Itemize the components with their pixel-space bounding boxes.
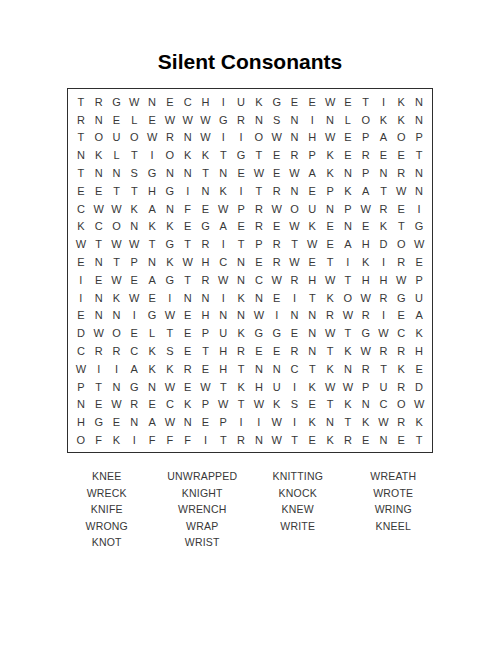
- grid-cell: N: [232, 307, 250, 325]
- grid-cell: R: [392, 378, 410, 396]
- grid-cell: E: [375, 146, 393, 164]
- grid-cell: C: [214, 253, 232, 271]
- grid-cell: I: [303, 111, 321, 129]
- grid-cell: R: [90, 342, 108, 360]
- grid-cell: P: [357, 378, 375, 396]
- grid-cell: T: [375, 360, 393, 378]
- grid-cell: R: [392, 413, 410, 431]
- grid-cell: O: [90, 129, 108, 147]
- word-item: WRING: [346, 501, 442, 518]
- grid-cell: G: [161, 182, 179, 200]
- grid-cell: G: [143, 307, 161, 325]
- grid-cell: K: [143, 218, 161, 236]
- grid-cell: N: [250, 111, 268, 129]
- grid-cell: N: [90, 111, 108, 129]
- grid-cell: R: [268, 235, 286, 253]
- grid-cell: A: [303, 164, 321, 182]
- grid-cell: W: [250, 396, 268, 414]
- grid-cell: W: [179, 111, 197, 129]
- grid-cell: N: [214, 307, 232, 325]
- grid-cell: N: [125, 218, 143, 236]
- grid-cell: N: [143, 253, 161, 271]
- grid-cell: N: [286, 111, 304, 129]
- grid-cell: O: [339, 289, 357, 307]
- word-item: WRAP: [155, 518, 251, 535]
- grid-cell: I: [214, 93, 232, 111]
- grid-cell: N: [339, 218, 357, 236]
- grid-cell: R: [72, 111, 90, 129]
- grid-cell: I: [375, 307, 393, 325]
- grid-cell: W: [357, 200, 375, 218]
- grid-cell: H: [375, 271, 393, 289]
- grid-cell: K: [375, 111, 393, 129]
- grid-cell: O: [392, 129, 410, 147]
- grid-cell: N: [214, 164, 232, 182]
- grid-cell: W: [321, 378, 339, 396]
- grid-cell: G: [250, 324, 268, 342]
- grid-cell: K: [161, 253, 179, 271]
- grid-cell: N: [143, 93, 161, 111]
- grid-cell: I: [214, 129, 232, 147]
- word-item: KNITTING: [250, 468, 346, 485]
- grid-cell: E: [179, 378, 197, 396]
- grid-cell: E: [90, 182, 108, 200]
- word-item: WRECK: [59, 485, 155, 502]
- grid-cell: L: [125, 111, 143, 129]
- grid-cell: T: [72, 129, 90, 147]
- grid-cell: N: [108, 164, 126, 182]
- grid-cell: N: [303, 324, 321, 342]
- grid-cell: T: [197, 164, 215, 182]
- grid-cell: W: [197, 378, 215, 396]
- grid-cell: T: [321, 396, 339, 414]
- grid-cell: K: [410, 324, 428, 342]
- grid-cell: P: [410, 271, 428, 289]
- grid-cell: T: [161, 324, 179, 342]
- grid-cell: N: [321, 200, 339, 218]
- grid-cell: A: [410, 307, 428, 325]
- grid-cell: W: [303, 235, 321, 253]
- grid-cell: R: [232, 342, 250, 360]
- grid-cell: I: [250, 413, 268, 431]
- grid-cell: A: [143, 271, 161, 289]
- grid-cell: N: [268, 360, 286, 378]
- grid-cell: W: [339, 378, 357, 396]
- grid-cell: W: [375, 413, 393, 431]
- grid-cell: I: [125, 307, 143, 325]
- grid-cell: E: [392, 307, 410, 325]
- grid-cell: T: [232, 396, 250, 414]
- grid-cell: N: [179, 129, 197, 147]
- word-item: WRENCH: [155, 501, 251, 518]
- grid-cell: E: [321, 218, 339, 236]
- grid-cell: H: [303, 271, 321, 289]
- grid-cell: H: [197, 253, 215, 271]
- grid-cell: W: [286, 253, 304, 271]
- grid-cell: W: [321, 271, 339, 289]
- grid-cell: N: [250, 289, 268, 307]
- grid-cell: T: [250, 182, 268, 200]
- grid-cell: C: [125, 342, 143, 360]
- grid-cell: P: [232, 200, 250, 218]
- grid-cell: H: [214, 342, 232, 360]
- grid-cell: W: [161, 378, 179, 396]
- grid-cell: R: [321, 307, 339, 325]
- grid-cell: W: [125, 289, 143, 307]
- grid-cell: N: [410, 182, 428, 200]
- grid-cell: K: [108, 431, 126, 449]
- grid-cell: A: [375, 129, 393, 147]
- grid-cell: E: [179, 307, 197, 325]
- grid-cell: N: [250, 360, 268, 378]
- grid-cell: D: [410, 378, 428, 396]
- grid-cell: N: [161, 200, 179, 218]
- grid-cell: T: [214, 378, 232, 396]
- grid-cell: K: [339, 342, 357, 360]
- grid-cell: N: [72, 146, 90, 164]
- grid-cell: W: [321, 129, 339, 147]
- grid-cell: N: [90, 253, 108, 271]
- grid-cell: G: [161, 235, 179, 253]
- grid-cell: E: [286, 324, 304, 342]
- grid-cell: K: [179, 146, 197, 164]
- grid-cell: K: [108, 289, 126, 307]
- word-item: WRONG: [59, 518, 155, 535]
- grid-cell: R: [250, 218, 268, 236]
- grid-cell: E: [232, 218, 250, 236]
- grid-cell: G: [214, 111, 232, 129]
- grid-cell: N: [232, 253, 250, 271]
- grid-cell: K: [143, 342, 161, 360]
- grid-cell: E: [303, 93, 321, 111]
- grid-cell: K: [392, 111, 410, 129]
- grid-cell: K: [410, 413, 428, 431]
- grid-cell: C: [72, 342, 90, 360]
- grid-cell: W: [268, 271, 286, 289]
- grid-cell: H: [303, 129, 321, 147]
- grid-cell: W: [268, 129, 286, 147]
- grid-cell: K: [357, 413, 375, 431]
- grid-cell: N: [286, 307, 304, 325]
- grid-cell: S: [286, 396, 304, 414]
- grid-cell: T: [72, 164, 90, 182]
- grid-cell: E: [410, 360, 428, 378]
- grid-cell: I: [90, 360, 108, 378]
- grid-cell: C: [286, 360, 304, 378]
- grid-cell: N: [90, 307, 108, 325]
- grid-cell: I: [214, 289, 232, 307]
- grid-cell: O: [357, 111, 375, 129]
- grid-cell: G: [268, 93, 286, 111]
- grid-cell: T: [357, 93, 375, 111]
- grid-cell: E: [197, 413, 215, 431]
- grid-cell: N: [375, 164, 393, 182]
- grid-cell: R: [125, 396, 143, 414]
- grid-cell: E: [143, 111, 161, 129]
- grid-cell: W: [392, 271, 410, 289]
- grid-cell: E: [108, 413, 126, 431]
- grid-cell: R: [197, 235, 215, 253]
- grid-cell: H: [143, 182, 161, 200]
- grid-cell: E: [303, 396, 321, 414]
- grid-cell: N: [286, 129, 304, 147]
- word-item: UNWRAPPED: [155, 468, 251, 485]
- grid-cell: P: [197, 324, 215, 342]
- grid-cell: K: [339, 396, 357, 414]
- grid-cell: T: [410, 431, 428, 449]
- grid-cell: E: [339, 129, 357, 147]
- grid-cell: G: [357, 324, 375, 342]
- grid-cell: T: [392, 218, 410, 236]
- grid-cell: F: [179, 200, 197, 218]
- grid-cell: I: [375, 253, 393, 271]
- grid-cell: K: [392, 360, 410, 378]
- grid-cell: T: [214, 431, 232, 449]
- grid-cell: T: [232, 360, 250, 378]
- grid-cell: T: [321, 253, 339, 271]
- grid-cell: I: [214, 235, 232, 253]
- grid-cell: K: [250, 93, 268, 111]
- grid-cell: O: [161, 146, 179, 164]
- grid-cell: T: [250, 146, 268, 164]
- grid-cell: N: [303, 307, 321, 325]
- grid-cell: N: [108, 307, 126, 325]
- grid-cell: N: [339, 360, 357, 378]
- grid-cell: D: [72, 324, 90, 342]
- grid-cell: T: [72, 93, 90, 111]
- grid-cell: E: [268, 218, 286, 236]
- grid-cell: A: [143, 200, 161, 218]
- grid-cell: I: [72, 289, 90, 307]
- word-item: KNEEL: [346, 518, 442, 535]
- grid-cell: E: [339, 93, 357, 111]
- grid-cell: R: [357, 146, 375, 164]
- grid-cell: P: [339, 200, 357, 218]
- grid-cell: W: [179, 253, 197, 271]
- grid-cell: N: [161, 164, 179, 182]
- grid-cell: K: [321, 289, 339, 307]
- grid-cell: N: [108, 378, 126, 396]
- grid-cell: N: [375, 431, 393, 449]
- grid-cell: N: [339, 164, 357, 182]
- word-item: WRITE: [250, 518, 346, 535]
- grid-cell: W: [90, 200, 108, 218]
- grid-cell: T: [179, 235, 197, 253]
- grid-cell: T: [375, 182, 393, 200]
- grid-cell: W: [286, 164, 304, 182]
- grid-cell: K: [197, 146, 215, 164]
- grid-cell: N: [179, 164, 197, 182]
- grid-cell: W: [197, 129, 215, 147]
- grid-cell: C: [179, 93, 197, 111]
- grid-cell: L: [339, 111, 357, 129]
- grid-cell: S: [268, 111, 286, 129]
- grid-cell: T: [108, 182, 126, 200]
- grid-cell: E: [179, 218, 197, 236]
- grid-cell: H: [250, 378, 268, 396]
- grid-cell: C: [250, 271, 268, 289]
- grid-cell: K: [72, 218, 90, 236]
- grid-cell: A: [125, 360, 143, 378]
- grid-cell: A: [357, 182, 375, 200]
- grid-cell: T: [143, 235, 161, 253]
- grid-cell: A: [214, 218, 232, 236]
- grid-cell: R: [286, 271, 304, 289]
- grid-cell: W: [143, 129, 161, 147]
- grid-cell: W: [108, 200, 126, 218]
- grid-cell: F: [161, 431, 179, 449]
- grid-cell: T: [286, 235, 304, 253]
- grid-cell: W: [357, 289, 375, 307]
- grid-cell: O: [392, 396, 410, 414]
- grid-cell: N: [90, 289, 108, 307]
- grid-cell: E: [143, 396, 161, 414]
- grid-cell: E: [339, 146, 357, 164]
- grid-cell: W: [250, 164, 268, 182]
- grid-cell: R: [357, 360, 375, 378]
- grid-cell: E: [143, 289, 161, 307]
- grid-cell: U: [108, 129, 126, 147]
- grid-cell: N: [90, 164, 108, 182]
- grid-cell: R: [392, 164, 410, 182]
- grid-cell: W: [161, 307, 179, 325]
- grid-cell: P: [197, 396, 215, 414]
- grid-cell: I: [286, 413, 304, 431]
- word-item: KNOCK: [250, 485, 346, 502]
- grid-cell: G: [268, 324, 286, 342]
- grid-cell: H: [357, 235, 375, 253]
- grid-cell: U: [410, 289, 428, 307]
- grid-cell: T: [410, 146, 428, 164]
- grid-cell: G: [108, 93, 126, 111]
- word-item: WRIST: [155, 534, 251, 551]
- grid-cell: N: [250, 431, 268, 449]
- grid-cell: I: [179, 182, 197, 200]
- grid-cell: P: [321, 182, 339, 200]
- grid-cell: A: [143, 413, 161, 431]
- grid-cell: W: [108, 396, 126, 414]
- grid-cell: K: [161, 218, 179, 236]
- grid-cell: E: [286, 93, 304, 111]
- grid-cell: E: [268, 164, 286, 182]
- grid-cell: H: [197, 93, 215, 111]
- grid-cell: W: [161, 413, 179, 431]
- grid-cell: W: [72, 235, 90, 253]
- grid-cell: K: [214, 182, 232, 200]
- grid-cell: P: [357, 164, 375, 182]
- grid-cell: G: [161, 271, 179, 289]
- word-item: WREATH: [346, 468, 442, 485]
- grid-cell: H: [197, 307, 215, 325]
- grid-cell: E: [90, 396, 108, 414]
- grid-cell: E: [161, 93, 179, 111]
- grid-cell: P: [125, 253, 143, 271]
- grid-cell: O: [286, 200, 304, 218]
- grid-cell: K: [321, 431, 339, 449]
- grid-cell: E: [303, 253, 321, 271]
- grid-cell: E: [108, 111, 126, 129]
- grid-cell: W: [268, 413, 286, 431]
- grid-cell: C: [161, 396, 179, 414]
- grid-cell: R: [339, 431, 357, 449]
- grid-cell: P: [357, 129, 375, 147]
- grid-cell: E: [125, 324, 143, 342]
- grid-cell: C: [90, 218, 108, 236]
- grid-cell: G: [232, 146, 250, 164]
- grid-cell: E: [250, 253, 268, 271]
- worksheet-page: Silent Consonants TRGWNECHIUKGEEWETIKNRN…: [0, 0, 500, 647]
- word-item: KNOT: [59, 534, 155, 551]
- grid-cell: U: [375, 378, 393, 396]
- grid-cell: N: [410, 111, 428, 129]
- grid-cell: E: [303, 182, 321, 200]
- grid-cell: T: [90, 235, 108, 253]
- grid-cell: L: [108, 146, 126, 164]
- grid-cell: C: [72, 200, 90, 218]
- word-item: WROTE: [346, 485, 442, 502]
- grid-cell: W: [197, 111, 215, 129]
- grid-cell: R: [90, 93, 108, 111]
- grid-cell: K: [143, 360, 161, 378]
- grid-cell: A: [339, 235, 357, 253]
- grid-cell: N: [197, 289, 215, 307]
- grid-cell: N: [303, 342, 321, 360]
- grid-cell: G: [197, 218, 215, 236]
- grid-cell: R: [286, 342, 304, 360]
- grid-cell: P: [303, 146, 321, 164]
- grid-cell: K: [375, 218, 393, 236]
- grid-cell: N: [125, 413, 143, 431]
- grid-cell: R: [392, 253, 410, 271]
- grid-cell: I: [108, 360, 126, 378]
- grid-cell: F: [143, 431, 161, 449]
- grid-cell: T: [214, 146, 232, 164]
- grid-cell: R: [375, 289, 393, 307]
- grid-cell: E: [72, 253, 90, 271]
- grid-cell: E: [90, 271, 108, 289]
- grid-cell: T: [197, 342, 215, 360]
- grid-cell: E: [197, 360, 215, 378]
- grid-cell: N: [179, 289, 197, 307]
- grid-cell: I: [232, 182, 250, 200]
- grid-cell: I: [232, 129, 250, 147]
- grid-cell: W: [375, 324, 393, 342]
- grid-cell: E: [72, 182, 90, 200]
- grid-cell: I: [375, 93, 393, 111]
- grid-cell: H: [72, 413, 90, 431]
- grid-cell: K: [268, 396, 286, 414]
- grid-cell: N: [410, 164, 428, 182]
- grid-cell: H: [410, 342, 428, 360]
- grid-cell: W: [339, 307, 357, 325]
- grid-cell: T: [339, 271, 357, 289]
- grid-cell: O: [108, 324, 126, 342]
- grid-cell: W: [321, 324, 339, 342]
- grid-cell: R: [268, 253, 286, 271]
- grid-cell: E: [125, 271, 143, 289]
- grid-cell: O: [108, 218, 126, 236]
- grid-cell: W: [410, 235, 428, 253]
- grid-cell: T: [339, 324, 357, 342]
- grid-cell: N: [197, 182, 215, 200]
- grid-cell: O: [250, 129, 268, 147]
- grid-cell: K: [232, 324, 250, 342]
- grid-cell: L: [143, 324, 161, 342]
- grid-cell: R: [232, 111, 250, 129]
- grid-cell: T: [125, 146, 143, 164]
- grid-cell: S: [125, 164, 143, 182]
- grid-cell: E: [232, 164, 250, 182]
